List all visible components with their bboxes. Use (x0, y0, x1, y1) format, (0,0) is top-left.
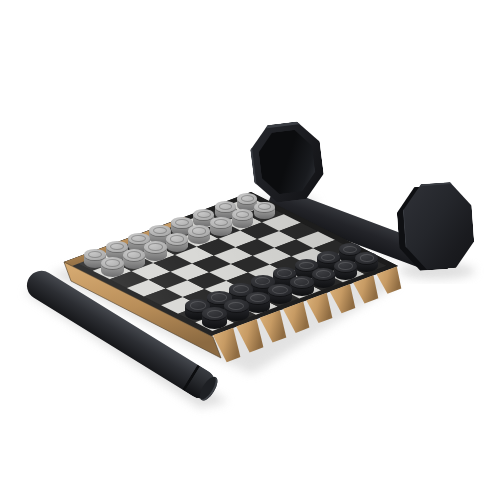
black-disc-piece (268, 284, 292, 305)
gray-disc-piece (210, 217, 231, 235)
gray-disc-piece (101, 257, 124, 277)
disc-top (166, 233, 188, 244)
disc-engraved-ring (272, 286, 288, 294)
disc-engraved-ring (214, 219, 228, 226)
gray-disc-piece (123, 249, 146, 269)
disc-engraved-ring (219, 203, 232, 210)
disc-engraved-ring (192, 227, 206, 234)
disc-top (101, 257, 124, 269)
disc-engraved-ring (360, 254, 375, 262)
disc-engraved-ring (250, 294, 266, 302)
black-disc-piece (290, 276, 314, 297)
disc-top (123, 249, 146, 261)
disc-top (290, 276, 314, 288)
disc-engraved-ring (316, 270, 331, 278)
octagonal-end-cap-left (248, 119, 327, 205)
disc-engraved-ring (127, 251, 142, 259)
black-disc-piece (312, 268, 336, 288)
disc-top (268, 284, 292, 297)
black-disc-piece (202, 307, 227, 329)
disc-engraved-ring (148, 243, 162, 250)
disc-top (188, 225, 210, 236)
disc-engraved-ring (338, 262, 353, 270)
disc-engraved-ring (294, 278, 309, 286)
gray-disc-piece (144, 241, 166, 260)
gray-disc-piece (232, 209, 253, 227)
black-disc-piece (224, 299, 249, 320)
disc-engraved-ring (170, 235, 184, 242)
disc-engraved-ring (153, 227, 167, 234)
disc-engraved-ring (175, 219, 189, 226)
octagon-hollow (256, 128, 317, 196)
product-photo-scene (0, 0, 500, 500)
gray-disc-piece (166, 233, 188, 252)
gray-disc-piece (188, 225, 210, 244)
disc-engraved-ring (258, 203, 271, 210)
gray-disc-piece (254, 202, 275, 220)
disc-top (312, 268, 336, 280)
disc-engraved-ring (207, 310, 223, 318)
black-disc-piece (246, 292, 271, 313)
disc-top (334, 260, 357, 272)
disc-engraved-ring (236, 211, 250, 218)
disc-engraved-ring (228, 302, 244, 310)
disc-engraved-ring (105, 259, 120, 267)
disc-engraved-ring (197, 211, 211, 218)
black-disc-piece (334, 260, 357, 280)
black-disc-piece (355, 252, 378, 272)
disc-top (254, 202, 275, 213)
disc-engraved-ring (241, 195, 254, 202)
disc-top (144, 241, 166, 253)
disc-top (355, 252, 378, 264)
